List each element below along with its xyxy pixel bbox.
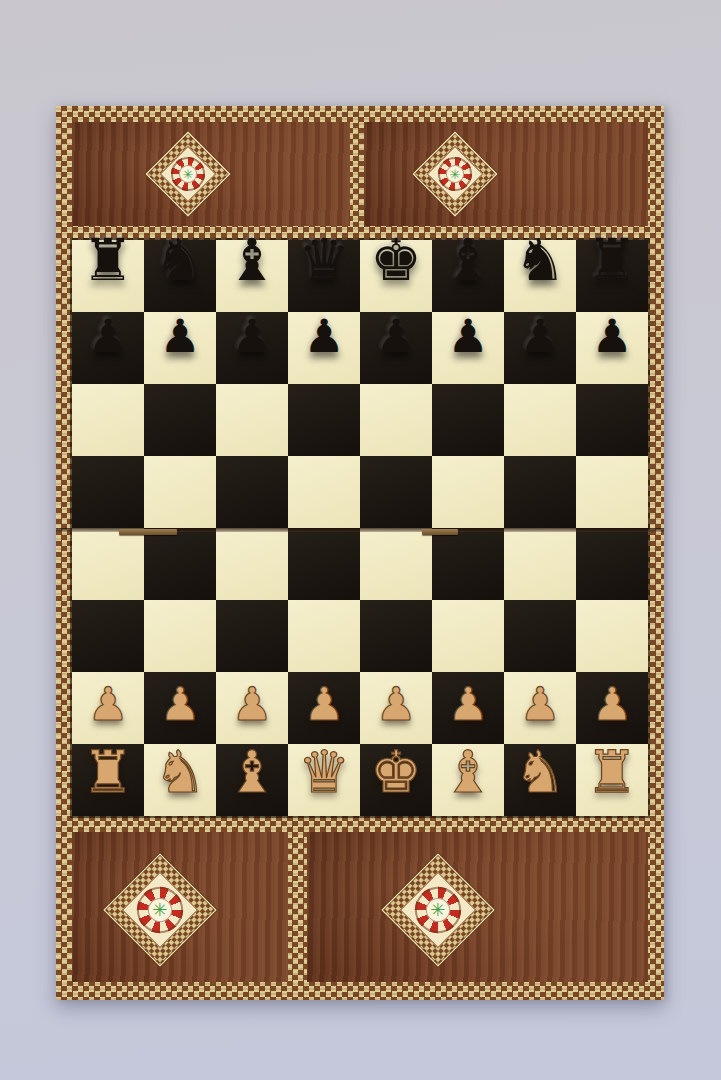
square-g2: ♟ — [504, 672, 576, 744]
piece-white-king: ♚ — [370, 743, 422, 801]
hinge-left — [119, 529, 177, 535]
piece-black-king: ♚ — [370, 231, 422, 289]
piece-black-bishop: ♝ — [226, 231, 278, 289]
flower-icon: ✳ — [182, 168, 193, 181]
square-c6 — [216, 384, 288, 456]
square-c5 — [216, 456, 288, 528]
piece-white-bishop: ♝ — [226, 743, 278, 801]
piece-black-rook: ♜ — [586, 231, 638, 289]
square-g1: ♞ — [504, 744, 576, 816]
inlay-medallion-top-right: ✳ — [412, 132, 497, 217]
square-g7: ♟ — [504, 312, 576, 384]
wood-panel-bottom-left: ✳ — [72, 832, 288, 982]
square-g8: ♞ — [504, 240, 576, 312]
square-f5 — [432, 456, 504, 528]
square-b6 — [144, 384, 216, 456]
piece-black-pawn: ♟ — [447, 313, 488, 359]
inlay-medallion-bottom-right: ✳ — [381, 853, 494, 966]
square-g5 — [504, 456, 576, 528]
square-e2: ♟ — [360, 672, 432, 744]
piece-white-pawn: ♟ — [87, 681, 128, 727]
square-c2: ♟ — [216, 672, 288, 744]
square-a7: ♟ — [72, 312, 144, 384]
wood-panel-top-left: ✳ — [72, 122, 350, 226]
top-wood-panels: ✳ ✳ — [72, 122, 648, 226]
square-f4 — [432, 528, 504, 600]
wood-panel-bottom-right: ✳ — [307, 832, 648, 982]
piece-black-pawn: ♟ — [303, 313, 344, 359]
flower-icon: ✳ — [449, 168, 460, 181]
piece-black-bishop: ♝ — [442, 231, 494, 289]
chess-board: ✳ ✳ ♜♞♝♛♚♝♞♜♟♟♟♟♟♟♟♟♟♟♟♟♟♟♟♟♜♞♝♛♚♝♞♜ — [56, 106, 664, 1000]
piece-black-queen: ♛ — [298, 231, 350, 289]
piece-black-rook: ♜ — [82, 231, 134, 289]
piece-black-knight: ♞ — [154, 231, 206, 289]
square-h6 — [576, 384, 648, 456]
piece-black-pawn: ♟ — [375, 313, 416, 359]
square-c7: ♟ — [216, 312, 288, 384]
square-b1: ♞ — [144, 744, 216, 816]
square-g6 — [504, 384, 576, 456]
square-e7: ♟ — [360, 312, 432, 384]
square-b5 — [144, 456, 216, 528]
square-e6 — [360, 384, 432, 456]
piece-white-pawn: ♟ — [447, 681, 488, 727]
square-a5 — [72, 456, 144, 528]
square-f3 — [432, 600, 504, 672]
piece-white-knight: ♞ — [514, 743, 566, 801]
piece-white-knight: ♞ — [154, 743, 206, 801]
piece-white-pawn: ♟ — [159, 681, 200, 727]
hinge-right — [422, 529, 458, 535]
square-g3 — [504, 600, 576, 672]
square-a4 — [72, 528, 144, 600]
square-e5 — [360, 456, 432, 528]
square-d5 — [288, 456, 360, 528]
piece-white-pawn: ♟ — [231, 681, 272, 727]
square-a3 — [72, 600, 144, 672]
piece-white-rook: ♜ — [82, 743, 134, 801]
piece-white-pawn: ♟ — [303, 681, 344, 727]
square-a6 — [72, 384, 144, 456]
square-d4 — [288, 528, 360, 600]
square-f8: ♝ — [432, 240, 504, 312]
piece-white-pawn: ♟ — [591, 681, 632, 727]
square-a8: ♜ — [72, 240, 144, 312]
piece-white-pawn: ♟ — [375, 681, 416, 727]
square-c3 — [216, 600, 288, 672]
square-e8: ♚ — [360, 240, 432, 312]
square-b8: ♞ — [144, 240, 216, 312]
square-h7: ♟ — [576, 312, 648, 384]
flower-icon: ✳ — [152, 901, 167, 919]
bottom-wood-panels: ✳ ✳ — [72, 832, 648, 982]
square-d3 — [288, 600, 360, 672]
square-d8: ♛ — [288, 240, 360, 312]
square-b2: ♟ — [144, 672, 216, 744]
square-c1: ♝ — [216, 744, 288, 816]
piece-white-queen: ♛ — [298, 743, 350, 801]
square-d1: ♛ — [288, 744, 360, 816]
piece-black-pawn: ♟ — [231, 313, 272, 359]
square-b7: ♟ — [144, 312, 216, 384]
square-d6 — [288, 384, 360, 456]
photo-scene: ✳ ✳ ♜♞♝♛♚♝♞♜♟♟♟♟♟♟♟♟♟♟♟♟♟♟♟♟♜♞♝♛♚♝♞♜ — [0, 0, 721, 1080]
inlay-medallion-top-left: ✳ — [145, 132, 230, 217]
square-e4 — [360, 528, 432, 600]
piece-black-pawn: ♟ — [591, 313, 632, 359]
square-f1: ♝ — [432, 744, 504, 816]
piece-black-pawn: ♟ — [519, 313, 560, 359]
square-g4 — [504, 528, 576, 600]
square-h5 — [576, 456, 648, 528]
flower-icon: ✳ — [430, 901, 445, 919]
square-b3 — [144, 600, 216, 672]
square-h1: ♜ — [576, 744, 648, 816]
square-e3 — [360, 600, 432, 672]
square-h3 — [576, 600, 648, 672]
piece-white-rook: ♜ — [586, 743, 638, 801]
piece-black-pawn: ♟ — [159, 313, 200, 359]
piece-white-bishop: ♝ — [442, 743, 494, 801]
square-f6 — [432, 384, 504, 456]
square-a1: ♜ — [72, 744, 144, 816]
piece-white-pawn: ♟ — [519, 681, 560, 727]
square-c8: ♝ — [216, 240, 288, 312]
square-f2: ♟ — [432, 672, 504, 744]
square-e1: ♚ — [360, 744, 432, 816]
inlay-medallion-bottom-left: ✳ — [103, 853, 216, 966]
square-f7: ♟ — [432, 312, 504, 384]
square-h2: ♟ — [576, 672, 648, 744]
square-a2: ♟ — [72, 672, 144, 744]
wood-panel-top-right: ✳ — [364, 122, 648, 226]
square-d2: ♟ — [288, 672, 360, 744]
square-c4 — [216, 528, 288, 600]
piece-black-knight: ♞ — [514, 231, 566, 289]
square-h8: ♜ — [576, 240, 648, 312]
piece-black-pawn: ♟ — [87, 313, 128, 359]
square-h4 — [576, 528, 648, 600]
square-b4 — [144, 528, 216, 600]
square-d7: ♟ — [288, 312, 360, 384]
